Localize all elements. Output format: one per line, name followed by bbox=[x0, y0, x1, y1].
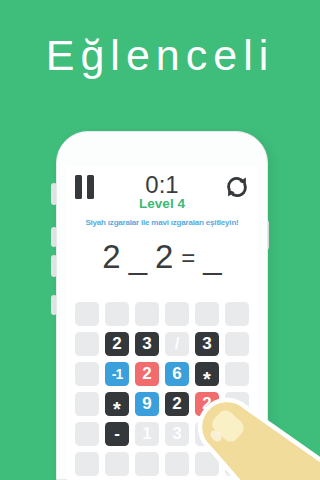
equation-token: 2 bbox=[102, 240, 120, 274]
cell-r6c3 bbox=[135, 452, 159, 476]
cell-r2c1 bbox=[75, 332, 99, 356]
equation-token: 2 bbox=[155, 240, 173, 274]
restart-button[interactable] bbox=[225, 175, 249, 199]
screenshot-canvas: Eğlenceli 0:1 Level 4 bbox=[0, 0, 320, 480]
cell-r1c1 bbox=[75, 302, 99, 326]
cell-r1c6 bbox=[225, 302, 249, 326]
cell-r5c3: 1 bbox=[135, 422, 159, 446]
cell-r1c5 bbox=[195, 302, 219, 326]
cell-r2c3[interactable]: 3 bbox=[135, 332, 159, 356]
cell-r4c3[interactable]: 9 bbox=[135, 392, 159, 416]
equation-blank[interactable]: _ bbox=[129, 240, 147, 274]
instruction-text: Siyah ızgaralar ile mavi ızgaraları eşit… bbox=[67, 218, 257, 228]
cell-r2c2[interactable]: 2 bbox=[105, 332, 129, 356]
cell-r1c3 bbox=[135, 302, 159, 326]
cell-r2c6 bbox=[225, 332, 249, 356]
cell-r6c1 bbox=[75, 452, 99, 476]
cell-r1c4 bbox=[165, 302, 189, 326]
level-text: Level 4 bbox=[67, 197, 257, 211]
cell-r2c5[interactable]: 3 bbox=[195, 332, 219, 356]
cell-r3c1 bbox=[75, 362, 99, 386]
app-title: Eğlenceli bbox=[0, 30, 320, 80]
cell-r1c2 bbox=[105, 302, 129, 326]
cell-r4c2[interactable]: * bbox=[105, 392, 129, 416]
cell-r2c4: / bbox=[165, 332, 189, 356]
equation-blank[interactable]: _ bbox=[203, 240, 221, 274]
refresh-icon bbox=[225, 175, 249, 199]
cell-r4c1 bbox=[75, 392, 99, 416]
equation-token: = bbox=[181, 241, 195, 275]
finger-pointer-graphic bbox=[170, 368, 320, 480]
cell-r5c2[interactable]: - bbox=[105, 422, 129, 446]
cell-r6c2 bbox=[105, 452, 129, 476]
cell-r3c2[interactable]: -1 bbox=[105, 362, 129, 386]
cell-r5c1 bbox=[75, 422, 99, 446]
equation: 2_2=_ bbox=[67, 240, 257, 282]
cell-r3c3[interactable]: 2 bbox=[135, 362, 159, 386]
